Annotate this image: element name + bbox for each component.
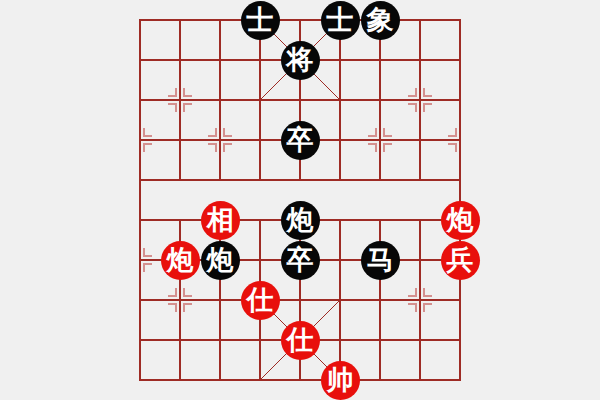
piece-red-soldier[interactable]: 兵 bbox=[441, 241, 480, 280]
piece-black-advisor[interactable]: 士 bbox=[321, 1, 360, 40]
piece-black-soldier[interactable]: 卒 bbox=[281, 121, 320, 160]
piece-label: 仕 bbox=[247, 287, 274, 314]
piece-red-advisor[interactable]: 仕 bbox=[241, 281, 280, 320]
piece-label: 炮 bbox=[287, 207, 314, 234]
piece-label: 士 bbox=[247, 7, 274, 34]
piece-label: 帅 bbox=[327, 367, 354, 394]
piece-black-horse[interactable]: 马 bbox=[361, 241, 400, 280]
piece-black-soldier[interactable]: 卒 bbox=[281, 241, 320, 280]
piece-red-cannon[interactable]: 炮 bbox=[161, 241, 200, 280]
piece-red-cannon[interactable]: 炮 bbox=[441, 201, 480, 240]
piece-black-elephant[interactable]: 象 bbox=[361, 1, 400, 40]
piece-red-elephant[interactable]: 相 bbox=[201, 201, 240, 240]
piece-black-cannon[interactable]: 炮 bbox=[281, 201, 320, 240]
piece-label: 炮 bbox=[447, 207, 474, 234]
piece-label: 兵 bbox=[447, 247, 474, 274]
piece-red-general[interactable]: 帅 bbox=[321, 361, 360, 400]
piece-label: 卒 bbox=[287, 127, 314, 154]
piece-layer[interactable]: 士士象将卒相炮炮炮炮卒马兵仕仕帅 bbox=[120, 0, 480, 400]
piece-label: 相 bbox=[207, 207, 234, 234]
piece-red-advisor[interactable]: 仕 bbox=[281, 321, 320, 360]
piece-label: 炮 bbox=[167, 247, 194, 274]
piece-label: 马 bbox=[367, 247, 394, 274]
piece-label: 仕 bbox=[287, 327, 314, 354]
piece-label: 将 bbox=[287, 47, 314, 74]
piece-label: 象 bbox=[367, 7, 394, 34]
xiangqi-app: 士士象将卒相炮炮炮炮卒马兵仕仕帅 bbox=[0, 0, 600, 400]
piece-black-advisor[interactable]: 士 bbox=[241, 1, 280, 40]
piece-label: 卒 bbox=[287, 247, 314, 274]
piece-label: 士 bbox=[327, 7, 354, 34]
piece-black-cannon[interactable]: 炮 bbox=[201, 241, 240, 280]
piece-label: 炮 bbox=[207, 247, 234, 274]
piece-black-general[interactable]: 将 bbox=[281, 41, 320, 80]
